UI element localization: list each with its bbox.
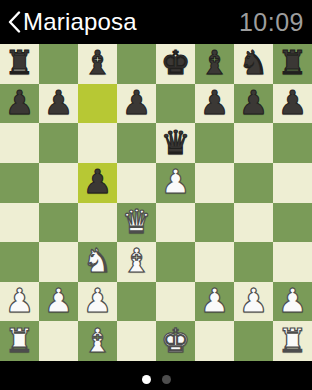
square-a4[interactable] bbox=[0, 203, 39, 243]
square-g6[interactable] bbox=[234, 123, 273, 163]
white-pawn-h2: ♟ bbox=[278, 282, 308, 320]
square-a8[interactable]: ♜ bbox=[0, 44, 39, 84]
black-pawn-h7: ♟ bbox=[278, 84, 308, 122]
square-b8[interactable] bbox=[39, 44, 78, 84]
white-pawn-b2: ♟ bbox=[44, 282, 74, 320]
square-h2[interactable]: ♟ bbox=[273, 282, 312, 322]
watch-screen: Mariaposa 10:09 ♜♝♚♝♞♜♟♟♟♟♟♟♛♟♟♛♞♝♟♟♟♟♟♟… bbox=[0, 0, 312, 390]
square-f2[interactable]: ♟ bbox=[195, 282, 234, 322]
chess-board: ♜♝♚♝♞♜♟♟♟♟♟♟♛♟♟♛♞♝♟♟♟♟♟♟♜♝♚♜ bbox=[0, 44, 312, 361]
square-f3[interactable] bbox=[195, 242, 234, 282]
square-d3[interactable]: ♝ bbox=[117, 242, 156, 282]
black-pawn-c5: ♟ bbox=[83, 163, 113, 201]
status-time: 10:09 bbox=[239, 8, 304, 37]
white-pawn-e5: ♟ bbox=[161, 163, 191, 201]
black-queen-e6: ♛ bbox=[161, 123, 191, 161]
white-pawn-f2: ♟ bbox=[200, 282, 230, 320]
square-d4[interactable]: ♛ bbox=[117, 203, 156, 243]
square-e8[interactable]: ♚ bbox=[156, 44, 195, 84]
square-h3[interactable] bbox=[273, 242, 312, 282]
square-b3[interactable] bbox=[39, 242, 78, 282]
white-king-e1: ♚ bbox=[161, 321, 191, 359]
square-b7[interactable]: ♟ bbox=[39, 84, 78, 124]
white-pawn-c2: ♟ bbox=[83, 282, 113, 320]
page-dot-2[interactable] bbox=[162, 375, 171, 384]
square-g7[interactable]: ♟ bbox=[234, 84, 273, 124]
square-a5[interactable] bbox=[0, 163, 39, 203]
page-title: Mariaposa bbox=[23, 8, 137, 36]
square-h4[interactable] bbox=[273, 203, 312, 243]
square-d8[interactable] bbox=[117, 44, 156, 84]
square-b1[interactable] bbox=[39, 321, 78, 361]
white-bishop-d3: ♝ bbox=[122, 242, 152, 280]
square-a6[interactable] bbox=[0, 123, 39, 163]
white-rook-h1: ♜ bbox=[278, 321, 308, 359]
square-c4[interactable] bbox=[78, 203, 117, 243]
square-a7[interactable]: ♟ bbox=[0, 84, 39, 124]
black-bishop-c8: ♝ bbox=[83, 44, 113, 82]
square-d5[interactable] bbox=[117, 163, 156, 203]
page-indicator[interactable] bbox=[0, 375, 312, 384]
square-e7[interactable] bbox=[156, 84, 195, 124]
square-b2[interactable]: ♟ bbox=[39, 282, 78, 322]
square-f1[interactable] bbox=[195, 321, 234, 361]
square-c1[interactable]: ♝ bbox=[78, 321, 117, 361]
square-b6[interactable] bbox=[39, 123, 78, 163]
square-e2[interactable] bbox=[156, 282, 195, 322]
square-g4[interactable] bbox=[234, 203, 273, 243]
square-f5[interactable] bbox=[195, 163, 234, 203]
square-g3[interactable] bbox=[234, 242, 273, 282]
square-g1[interactable] bbox=[234, 321, 273, 361]
title-bar: Mariaposa 10:09 bbox=[0, 0, 312, 44]
back-chevron-icon bbox=[8, 11, 21, 33]
square-h6[interactable] bbox=[273, 123, 312, 163]
square-c7[interactable] bbox=[78, 84, 117, 124]
square-f8[interactable]: ♝ bbox=[195, 44, 234, 84]
square-e6[interactable]: ♛ bbox=[156, 123, 195, 163]
square-e1[interactable]: ♚ bbox=[156, 321, 195, 361]
page-dot-1[interactable] bbox=[142, 375, 151, 384]
back-button[interactable]: Mariaposa bbox=[8, 8, 137, 36]
black-rook-a8: ♜ bbox=[5, 44, 35, 82]
black-bishop-f8: ♝ bbox=[200, 44, 230, 82]
square-h8[interactable]: ♜ bbox=[273, 44, 312, 84]
white-queen-d4: ♛ bbox=[122, 203, 152, 241]
black-knight-g8: ♞ bbox=[239, 44, 269, 82]
square-h5[interactable] bbox=[273, 163, 312, 203]
square-a3[interactable] bbox=[0, 242, 39, 282]
square-f6[interactable] bbox=[195, 123, 234, 163]
white-bishop-c1: ♝ bbox=[83, 321, 113, 359]
square-c5[interactable]: ♟ bbox=[78, 163, 117, 203]
square-c3[interactable]: ♞ bbox=[78, 242, 117, 282]
white-pawn-g2: ♟ bbox=[239, 282, 269, 320]
square-e3[interactable] bbox=[156, 242, 195, 282]
square-h1[interactable]: ♜ bbox=[273, 321, 312, 361]
square-h7[interactable]: ♟ bbox=[273, 84, 312, 124]
black-pawn-d7: ♟ bbox=[122, 84, 152, 122]
square-e4[interactable] bbox=[156, 203, 195, 243]
black-pawn-f7: ♟ bbox=[200, 84, 230, 122]
square-a1[interactable]: ♜ bbox=[0, 321, 39, 361]
black-king-e8: ♚ bbox=[161, 44, 191, 82]
square-c6[interactable] bbox=[78, 123, 117, 163]
square-b5[interactable] bbox=[39, 163, 78, 203]
square-d2[interactable] bbox=[117, 282, 156, 322]
square-d6[interactable] bbox=[117, 123, 156, 163]
square-g5[interactable] bbox=[234, 163, 273, 203]
square-a2[interactable]: ♟ bbox=[0, 282, 39, 322]
white-pawn-a2: ♟ bbox=[5, 282, 35, 320]
square-c2[interactable]: ♟ bbox=[78, 282, 117, 322]
square-c8[interactable]: ♝ bbox=[78, 44, 117, 84]
square-b4[interactable] bbox=[39, 203, 78, 243]
black-pawn-g7: ♟ bbox=[239, 84, 269, 122]
square-g8[interactable]: ♞ bbox=[234, 44, 273, 84]
square-g2[interactable]: ♟ bbox=[234, 282, 273, 322]
black-pawn-b7: ♟ bbox=[44, 84, 74, 122]
black-pawn-a7: ♟ bbox=[5, 84, 35, 122]
white-knight-c3: ♞ bbox=[83, 242, 113, 280]
square-f7[interactable]: ♟ bbox=[195, 84, 234, 124]
square-d7[interactable]: ♟ bbox=[117, 84, 156, 124]
white-rook-a1: ♜ bbox=[5, 321, 35, 359]
square-f4[interactable] bbox=[195, 203, 234, 243]
black-rook-h8: ♜ bbox=[278, 44, 308, 82]
square-d1[interactable] bbox=[117, 321, 156, 361]
square-e5[interactable]: ♟ bbox=[156, 163, 195, 203]
